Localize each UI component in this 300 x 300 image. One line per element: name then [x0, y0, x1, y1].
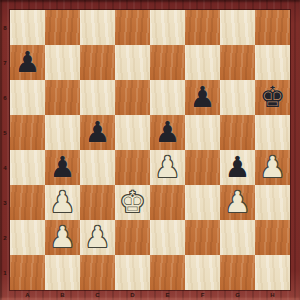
square-c4[interactable]: [80, 150, 115, 185]
square-h5[interactable]: [255, 115, 290, 150]
rank-label-8: 8: [0, 10, 10, 45]
file-label-e: E: [150, 290, 185, 300]
square-g6[interactable]: [220, 80, 255, 115]
square-g3[interactable]: ♟: [220, 185, 255, 220]
file-label-f: F: [185, 290, 220, 300]
square-b5[interactable]: [45, 115, 80, 150]
square-d5[interactable]: [115, 115, 150, 150]
square-h2[interactable]: [255, 220, 290, 255]
file-label-d: D: [115, 290, 150, 300]
square-c8[interactable]: [80, 10, 115, 45]
square-e4[interactable]: ♟: [150, 150, 185, 185]
rank-label-4: 4: [0, 150, 10, 185]
white-pawn[interactable]: ♟: [260, 150, 286, 185]
square-a4[interactable]: [10, 150, 45, 185]
square-f7[interactable]: [185, 45, 220, 80]
square-d8[interactable]: [115, 10, 150, 45]
rank-label-3: 3: [0, 185, 10, 220]
square-d4[interactable]: [115, 150, 150, 185]
square-d7[interactable]: [115, 45, 150, 80]
square-a5[interactable]: [10, 115, 45, 150]
square-g7[interactable]: [220, 45, 255, 80]
white-pawn[interactable]: ♟: [85, 220, 111, 255]
square-f8[interactable]: [185, 10, 220, 45]
chess-board: 87654321 ABCDEFGH ♟♟♚♟♟♟♟♟♟♟♚♟♟♟: [0, 0, 300, 300]
file-label-b: B: [45, 290, 80, 300]
square-b7[interactable]: [45, 45, 80, 80]
square-a8[interactable]: [10, 10, 45, 45]
square-c7[interactable]: [80, 45, 115, 80]
file-label-c: C: [80, 290, 115, 300]
square-a3[interactable]: [10, 185, 45, 220]
square-h8[interactable]: [255, 10, 290, 45]
square-h6[interactable]: ♚: [255, 80, 290, 115]
square-b3[interactable]: ♟: [45, 185, 80, 220]
rank-label-1: 1: [0, 255, 10, 290]
white-king[interactable]: ♚: [120, 185, 146, 220]
square-c3[interactable]: [80, 185, 115, 220]
square-f5[interactable]: [185, 115, 220, 150]
square-g2[interactable]: [220, 220, 255, 255]
square-g5[interactable]: [220, 115, 255, 150]
square-e3[interactable]: [150, 185, 185, 220]
black-pawn[interactable]: ♟: [85, 115, 111, 150]
rank-label-5: 5: [0, 115, 10, 150]
white-pawn[interactable]: ♟: [50, 185, 76, 220]
square-h3[interactable]: [255, 185, 290, 220]
black-pawn[interactable]: ♟: [15, 45, 41, 80]
square-d1[interactable]: [115, 255, 150, 290]
square-f6[interactable]: ♟: [185, 80, 220, 115]
square-f1[interactable]: [185, 255, 220, 290]
file-label-a: A: [10, 290, 45, 300]
square-d3[interactable]: ♚: [115, 185, 150, 220]
square-f3[interactable]: [185, 185, 220, 220]
square-b1[interactable]: [45, 255, 80, 290]
black-pawn[interactable]: ♟: [190, 80, 216, 115]
rank-label-7: 7: [0, 45, 10, 80]
square-b2[interactable]: ♟: [45, 220, 80, 255]
square-e8[interactable]: [150, 10, 185, 45]
square-a6[interactable]: [10, 80, 45, 115]
square-e6[interactable]: [150, 80, 185, 115]
black-pawn[interactable]: ♟: [225, 150, 251, 185]
square-f2[interactable]: [185, 220, 220, 255]
square-d2[interactable]: [115, 220, 150, 255]
file-label-h: H: [255, 290, 290, 300]
square-h1[interactable]: [255, 255, 290, 290]
square-g4[interactable]: ♟: [220, 150, 255, 185]
white-pawn[interactable]: ♟: [225, 185, 251, 220]
square-d6[interactable]: [115, 80, 150, 115]
square-e1[interactable]: [150, 255, 185, 290]
square-g8[interactable]: [220, 10, 255, 45]
square-c2[interactable]: ♟: [80, 220, 115, 255]
square-c1[interactable]: [80, 255, 115, 290]
square-e5[interactable]: ♟: [150, 115, 185, 150]
square-h7[interactable]: [255, 45, 290, 80]
rank-label-6: 6: [0, 80, 10, 115]
square-b6[interactable]: [45, 80, 80, 115]
square-f4[interactable]: [185, 150, 220, 185]
black-pawn[interactable]: ♟: [50, 150, 76, 185]
square-e2[interactable]: [150, 220, 185, 255]
square-b4[interactable]: ♟: [45, 150, 80, 185]
square-e7[interactable]: [150, 45, 185, 80]
file-label-g: G: [220, 290, 255, 300]
black-king[interactable]: ♚: [260, 80, 286, 115]
white-pawn[interactable]: ♟: [50, 220, 76, 255]
white-pawn[interactable]: ♟: [155, 150, 181, 185]
square-h4[interactable]: ♟: [255, 150, 290, 185]
square-a2[interactable]: [10, 220, 45, 255]
square-a1[interactable]: [10, 255, 45, 290]
square-g1[interactable]: [220, 255, 255, 290]
square-a7[interactable]: ♟: [10, 45, 45, 80]
black-pawn[interactable]: ♟: [155, 115, 181, 150]
square-b8[interactable]: [45, 10, 80, 45]
board-grid: ♟♟♚♟♟♟♟♟♟♟♚♟♟♟: [10, 10, 290, 290]
square-c5[interactable]: ♟: [80, 115, 115, 150]
rank-label-2: 2: [0, 220, 10, 255]
square-c6[interactable]: [80, 80, 115, 115]
